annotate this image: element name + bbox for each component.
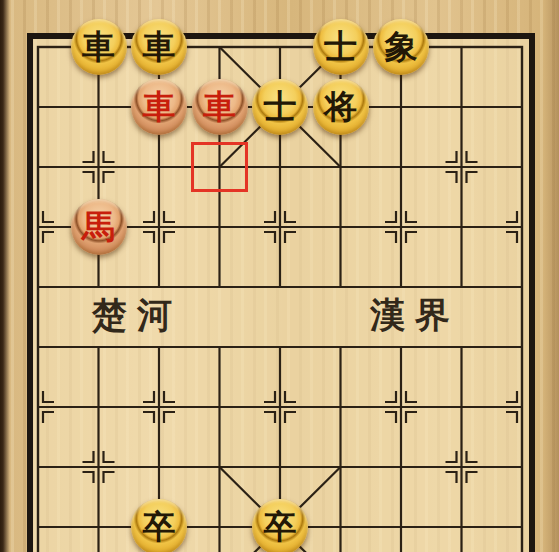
piece-black-advisor[interactable]: 士: [252, 79, 308, 135]
piece-black-chariot[interactable]: 車: [131, 19, 187, 75]
piece-red-horse[interactable]: 馬: [71, 199, 127, 255]
piece-red-chariot[interactable]: 車: [131, 79, 187, 135]
piece-black-general[interactable]: 将: [313, 79, 369, 135]
piece-black-advisor[interactable]: 士: [313, 19, 369, 75]
xiangqi-board: 楚河 漢界 車車士象車車士将馬卒卒: [0, 0, 559, 552]
piece-black-chariot[interactable]: 車: [71, 19, 127, 75]
piece-black-soldier[interactable]: 卒: [252, 499, 308, 552]
piece-black-soldier[interactable]: 卒: [131, 499, 187, 552]
last-move-marker: [191, 142, 248, 192]
piece-black-elephant[interactable]: 象: [373, 19, 429, 75]
board-grid[interactable]: 車車士象車車士将馬卒卒: [8, 17, 553, 552]
piece-red-chariot[interactable]: 車: [192, 79, 248, 135]
